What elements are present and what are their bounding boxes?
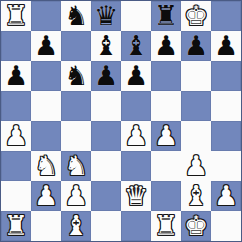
square-g2[interactable]: ♝	[181, 181, 211, 211]
square-f2[interactable]	[151, 181, 181, 211]
square-a5[interactable]	[1, 91, 31, 121]
piece-black-knight-c6[interactable]: ♞	[64, 61, 88, 91]
piece-white-knight-c3[interactable]: ♞	[64, 151, 88, 181]
piece-black-pawn-d6[interactable]: ♟	[94, 61, 118, 91]
square-d7[interactable]: ♝	[91, 31, 121, 61]
square-c3[interactable]: ♞	[61, 151, 91, 181]
piece-white-bishop-g2[interactable]: ♝	[184, 181, 208, 211]
piece-white-bishop-c1[interactable]: ♝	[64, 211, 88, 241]
piece-black-knight-c8[interactable]: ♞	[64, 1, 88, 31]
square-a2[interactable]	[1, 181, 31, 211]
square-e5[interactable]	[121, 91, 151, 121]
square-d6[interactable]: ♟	[91, 61, 121, 91]
square-g7[interactable]: ♟	[181, 31, 211, 61]
chess-board: ♜♞♛♜♚♟♝♝♟♟♟♟♞♟♟♟♟♟♞♞♟♟♟♛♝♟♜♝♜♚	[0, 0, 242, 242]
piece-black-pawn-f7[interactable]: ♟	[154, 31, 178, 61]
piece-white-pawn-h2[interactable]: ♟	[214, 181, 238, 211]
piece-white-rook-a1[interactable]: ♜	[4, 211, 28, 241]
square-d5[interactable]	[91, 91, 121, 121]
square-c6[interactable]: ♞	[61, 61, 91, 91]
square-f4[interactable]: ♟	[151, 121, 181, 151]
square-c8[interactable]: ♞	[61, 1, 91, 31]
square-b1[interactable]	[31, 211, 61, 241]
square-g8[interactable]: ♚	[181, 1, 211, 31]
piece-black-pawn-h7[interactable]: ♟	[214, 31, 238, 61]
square-d2[interactable]	[91, 181, 121, 211]
square-h7[interactable]: ♟	[211, 31, 241, 61]
square-g3[interactable]: ♟	[181, 151, 211, 181]
square-d4[interactable]	[91, 121, 121, 151]
piece-white-pawn-f4[interactable]: ♟	[154, 121, 178, 151]
square-b4[interactable]	[31, 121, 61, 151]
square-g4[interactable]	[181, 121, 211, 151]
piece-black-pawn-e6[interactable]: ♟	[124, 61, 148, 91]
square-h6[interactable]	[211, 61, 241, 91]
square-a8[interactable]: ♜	[1, 1, 31, 31]
square-e4[interactable]: ♟	[121, 121, 151, 151]
piece-white-knight-b3[interactable]: ♞	[34, 151, 58, 181]
square-d1[interactable]	[91, 211, 121, 241]
piece-black-rook-f8[interactable]: ♜	[154, 1, 178, 31]
piece-white-pawn-e4[interactable]: ♟	[124, 121, 148, 151]
piece-black-pawn-a6[interactable]: ♟	[4, 61, 28, 91]
square-b8[interactable]	[31, 1, 61, 31]
piece-black-bishop-e7[interactable]: ♝	[124, 31, 148, 61]
square-h1[interactable]	[211, 211, 241, 241]
square-h2[interactable]: ♟	[211, 181, 241, 211]
square-a4[interactable]: ♟	[1, 121, 31, 151]
square-c4[interactable]	[61, 121, 91, 151]
square-f5[interactable]	[151, 91, 181, 121]
square-a1[interactable]: ♜	[1, 211, 31, 241]
square-e8[interactable]	[121, 1, 151, 31]
square-e6[interactable]: ♟	[121, 61, 151, 91]
square-b3[interactable]: ♞	[31, 151, 61, 181]
square-c2[interactable]: ♟	[61, 181, 91, 211]
square-c5[interactable]	[61, 91, 91, 121]
square-e2[interactable]: ♛	[121, 181, 151, 211]
piece-white-pawn-g3[interactable]: ♟	[184, 151, 208, 181]
square-h4[interactable]	[211, 121, 241, 151]
piece-black-queen-d8[interactable]: ♛	[94, 1, 118, 31]
square-h3[interactable]	[211, 151, 241, 181]
piece-white-queen-e2[interactable]: ♛	[124, 181, 148, 211]
square-e7[interactable]: ♝	[121, 31, 151, 61]
piece-white-rook-a8[interactable]: ♜	[4, 1, 28, 31]
piece-white-pawn-a4[interactable]: ♟	[4, 121, 28, 151]
piece-black-pawn-b7[interactable]: ♟	[34, 31, 58, 61]
square-c1[interactable]: ♝	[61, 211, 91, 241]
square-h5[interactable]	[211, 91, 241, 121]
square-f1[interactable]: ♜	[151, 211, 181, 241]
square-g5[interactable]	[181, 91, 211, 121]
square-a6[interactable]: ♟	[1, 61, 31, 91]
square-b5[interactable]	[31, 91, 61, 121]
square-a3[interactable]	[1, 151, 31, 181]
square-g6[interactable]	[181, 61, 211, 91]
piece-white-king-g8[interactable]: ♚	[184, 1, 208, 31]
square-d3[interactable]	[91, 151, 121, 181]
piece-black-pawn-g7[interactable]: ♟	[184, 31, 208, 61]
piece-white-pawn-b2[interactable]: ♟	[34, 181, 58, 211]
square-c7[interactable]	[61, 31, 91, 61]
square-f7[interactable]: ♟	[151, 31, 181, 61]
square-b7[interactable]: ♟	[31, 31, 61, 61]
piece-white-pawn-c2[interactable]: ♟	[64, 181, 88, 211]
square-b2[interactable]: ♟	[31, 181, 61, 211]
piece-white-king-g1[interactable]: ♚	[184, 211, 208, 241]
square-d8[interactable]: ♛	[91, 1, 121, 31]
square-a7[interactable]	[1, 31, 31, 61]
square-f6[interactable]	[151, 61, 181, 91]
square-f3[interactable]	[151, 151, 181, 181]
piece-white-rook-f1[interactable]: ♜	[154, 211, 178, 241]
square-g1[interactable]: ♚	[181, 211, 211, 241]
square-e3[interactable]	[121, 151, 151, 181]
square-e1[interactable]	[121, 211, 151, 241]
square-h8[interactable]	[211, 1, 241, 31]
piece-black-bishop-d7[interactable]: ♝	[94, 31, 118, 61]
square-f8[interactable]: ♜	[151, 1, 181, 31]
square-b6[interactable]	[31, 61, 61, 91]
